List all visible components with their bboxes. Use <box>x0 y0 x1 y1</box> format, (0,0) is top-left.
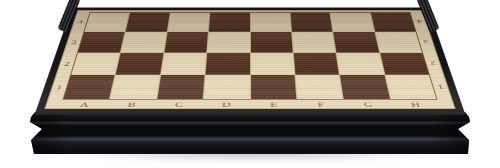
file-label: D <box>202 100 250 109</box>
square-g2 <box>337 53 384 75</box>
file-label: G <box>344 100 393 109</box>
board-perspective-scene: 4 3 2 1 4 3 2 1 A B C D E <box>35 8 466 115</box>
square-b3 <box>121 32 166 52</box>
rank-label-rotated: 1 <box>434 75 448 100</box>
square-c3 <box>164 32 208 52</box>
square-d1 <box>204 75 250 99</box>
square-f3 <box>292 32 336 52</box>
square-h1 <box>385 75 436 99</box>
file-label: H <box>391 100 441 109</box>
square-a3 <box>78 32 125 52</box>
square-e4 <box>250 13 291 32</box>
square-g4 <box>330 13 373 32</box>
square-h4 <box>371 13 416 32</box>
square-g3 <box>334 32 379 52</box>
chessboard-grid <box>62 12 437 99</box>
square-e1 <box>251 75 297 99</box>
square-g1 <box>340 75 389 99</box>
file-label: E <box>250 100 298 109</box>
square-b4 <box>126 13 169 32</box>
board-top-face: 4 3 2 1 4 3 2 1 A B C D E <box>35 8 466 115</box>
square-d3 <box>207 32 249 52</box>
square-a2 <box>71 53 120 75</box>
file-label: B <box>107 100 156 109</box>
rank-label-rotated: 2 <box>427 53 440 76</box>
square-c1 <box>157 75 204 99</box>
board-border-margin: 4 3 2 1 4 3 2 1 A B C D E <box>44 10 456 109</box>
file-label: F <box>297 100 345 109</box>
square-f4 <box>290 13 332 32</box>
square-b2 <box>116 53 163 75</box>
square-c2 <box>161 53 207 75</box>
rank-label-rotated: 3 <box>420 32 432 53</box>
square-d2 <box>206 53 250 75</box>
file-label: C <box>155 100 203 109</box>
square-b1 <box>110 75 159 99</box>
square-d4 <box>209 13 250 32</box>
file-label: A <box>60 100 110 109</box>
square-h3 <box>375 32 422 52</box>
file-labels: A B C D E F G H <box>60 100 441 109</box>
square-h2 <box>380 53 429 75</box>
square-a4 <box>85 13 130 32</box>
square-e2 <box>250 53 294 75</box>
square-f2 <box>294 53 340 75</box>
board-box-base <box>28 112 472 154</box>
square-f1 <box>295 75 342 99</box>
square-e3 <box>250 32 292 52</box>
square-a1 <box>64 75 115 99</box>
chessboard-product-photo: 4 3 2 1 4 3 2 1 A B C D E <box>0 0 500 168</box>
square-c4 <box>168 13 210 32</box>
